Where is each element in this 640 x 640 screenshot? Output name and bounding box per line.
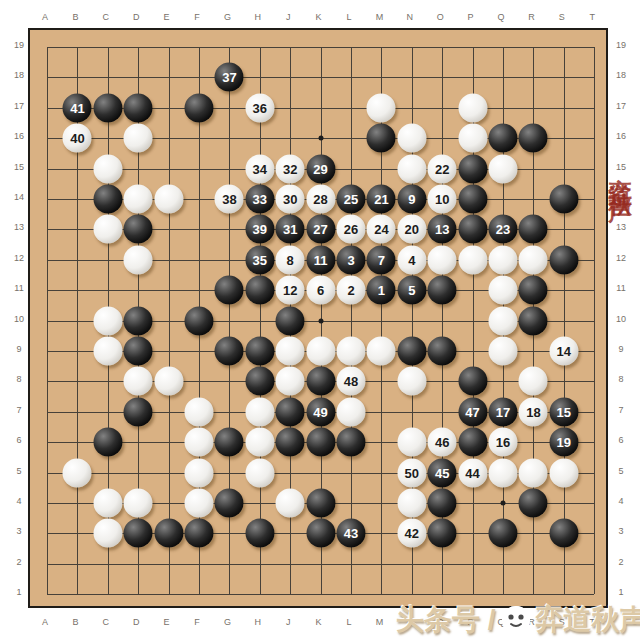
- coordinate-label: R: [528, 12, 535, 22]
- coordinate-label: 2: [618, 557, 623, 567]
- white-stone-Q12: [489, 245, 518, 274]
- black-stone-B17: 41: [63, 93, 92, 122]
- coordinate-label: B: [72, 617, 78, 627]
- coordinate-label: 17: [616, 101, 626, 111]
- white-stone-F4: [185, 489, 214, 518]
- coordinate-label: 19: [14, 40, 24, 50]
- white-stone-C9: [93, 337, 122, 366]
- white-stone-S9: 14: [549, 337, 578, 366]
- move-number: 26: [344, 223, 358, 236]
- coordinate-label: J: [286, 617, 291, 627]
- white-stone-O12: [428, 245, 457, 274]
- black-stone-L3: 43: [337, 519, 366, 548]
- black-stone-D10: [124, 306, 153, 335]
- black-stone-H11: [245, 276, 274, 305]
- watermark-text-right: 弈道秋声: [536, 601, 640, 639]
- white-stone-O6: 46: [428, 428, 457, 457]
- move-number: 21: [374, 193, 388, 206]
- coordinate-label: 3: [16, 526, 21, 536]
- black-stone-O5: 45: [428, 458, 457, 487]
- white-stone-L8: 48: [337, 367, 366, 396]
- black-stone-D17: [124, 93, 153, 122]
- white-stone-Q11: [489, 276, 518, 305]
- move-number: 29: [313, 162, 327, 175]
- black-stone-D9: [124, 337, 153, 366]
- coordinate-label: M: [376, 12, 384, 22]
- coordinate-label: 3: [618, 526, 623, 536]
- toutiao-watermark: 头条号 / 弈道秋声: [396, 600, 640, 640]
- black-stone-S6: 19: [549, 428, 578, 457]
- white-stone-D14: [124, 185, 153, 214]
- black-stone-Q16: [489, 124, 518, 153]
- move-number: 39: [253, 223, 267, 236]
- black-stone-S7: 15: [549, 397, 578, 426]
- black-stone-Q3: [489, 519, 518, 548]
- move-number: 22: [435, 162, 449, 175]
- white-stone-L11: 2: [337, 276, 366, 305]
- move-number: 36: [253, 101, 267, 114]
- black-stone-R11: [519, 276, 548, 305]
- white-stone-K11: 6: [306, 276, 335, 305]
- black-stone-H12: 35: [245, 245, 274, 274]
- white-stone-H7: [245, 397, 274, 426]
- coordinate-label: 14: [14, 192, 24, 202]
- coordinate-label: Q: [497, 12, 504, 22]
- white-stone-J14: 30: [276, 185, 305, 214]
- move-number: 15: [557, 405, 571, 418]
- coordinate-label: D: [133, 617, 140, 627]
- black-stone-K7: 49: [306, 397, 335, 426]
- white-stone-N16: [397, 124, 426, 153]
- grid-line-vertical: [564, 47, 565, 594]
- move-number: 35: [253, 253, 267, 266]
- white-stone-R5: [519, 458, 548, 487]
- grid-line-vertical: [594, 47, 595, 594]
- watermark-text-left: 头条号 /: [396, 601, 496, 639]
- black-stone-P13: [458, 215, 487, 244]
- black-stone-O4: [428, 489, 457, 518]
- black-stone-O9: [428, 337, 457, 366]
- move-number: 20: [405, 223, 419, 236]
- vertical-watermark: 弈道秋声: [604, 158, 636, 186]
- move-number: 2: [347, 284, 354, 297]
- black-stone-K15: 29: [306, 154, 335, 183]
- coordinate-label: F: [194, 12, 200, 22]
- black-stone-D7: [124, 397, 153, 426]
- white-stone-L9: [337, 337, 366, 366]
- black-stone-P15: [458, 154, 487, 183]
- white-stone-H6: [245, 428, 274, 457]
- black-stone-R10: [519, 306, 548, 335]
- coordinate-label: E: [164, 12, 170, 22]
- coordinate-label: P: [468, 12, 474, 22]
- black-stone-N11: 5: [397, 276, 426, 305]
- coordinate-label: 12: [14, 253, 24, 263]
- black-stone-O11: [428, 276, 457, 305]
- move-number: 23: [496, 223, 510, 236]
- black-stone-H14: 33: [245, 185, 274, 214]
- coordinate-label: K: [316, 12, 322, 22]
- black-stone-G18: 37: [215, 63, 244, 92]
- page: 3741364034322922383330282521910393127262…: [0, 0, 640, 640]
- coordinate-label: L: [346, 617, 351, 627]
- go-board: 3741364034322922383330282521910393127262…: [28, 28, 608, 608]
- grid-line-horizontal: [47, 564, 594, 565]
- move-number: 5: [408, 284, 415, 297]
- white-stone-F6: [185, 428, 214, 457]
- black-stone-S12: [549, 245, 578, 274]
- coordinate-label: C: [103, 12, 110, 22]
- black-stone-L6: [337, 428, 366, 457]
- coordinate-label: 8: [618, 374, 623, 384]
- white-stone-J9: [276, 337, 305, 366]
- grid-line-vertical: [351, 47, 352, 594]
- move-number: 46: [435, 436, 449, 449]
- coordinate-label: 13: [14, 222, 24, 232]
- coordinate-label: 2: [16, 557, 21, 567]
- white-stone-Q15: [489, 154, 518, 183]
- move-number: 38: [222, 193, 236, 206]
- move-number: 32: [283, 162, 297, 175]
- move-number: 33: [253, 193, 267, 206]
- watermark-logo-icon: [501, 605, 531, 635]
- black-stone-H3: [245, 519, 274, 548]
- move-number: 50: [405, 466, 419, 479]
- white-stone-B5: [63, 458, 92, 487]
- coordinate-label: 5: [618, 466, 623, 476]
- coordinate-label: E: [164, 617, 170, 627]
- coordinate-label: 16: [616, 131, 626, 141]
- coordinate-label: G: [224, 12, 231, 22]
- white-stone-D4: [124, 489, 153, 518]
- white-stone-L13: 26: [337, 215, 366, 244]
- move-number: 6: [317, 284, 324, 297]
- white-stone-N3: 42: [397, 519, 426, 548]
- black-stone-L14: 25: [337, 185, 366, 214]
- white-stone-R12: [519, 245, 548, 274]
- coordinate-label: 4: [16, 496, 21, 506]
- move-number: 47: [465, 405, 479, 418]
- black-stone-C6: [93, 428, 122, 457]
- coordinate-label: 8: [16, 374, 21, 384]
- black-stone-M16: [367, 124, 396, 153]
- coordinate-label: 1: [618, 587, 623, 597]
- black-stone-M11: 1: [367, 276, 396, 305]
- move-number: 12: [283, 284, 297, 297]
- black-stone-J10: [276, 306, 305, 335]
- white-stone-N6: [397, 428, 426, 457]
- move-number: 10: [435, 193, 449, 206]
- move-number: 7: [378, 253, 385, 266]
- white-stone-E8: [154, 367, 183, 396]
- black-stone-K12: 11: [306, 245, 335, 274]
- white-stone-S5: [549, 458, 578, 487]
- white-stone-K14: 28: [306, 185, 335, 214]
- white-stone-O15: 22: [428, 154, 457, 183]
- white-stone-E14: [154, 185, 183, 214]
- white-stone-K9: [306, 337, 335, 366]
- white-stone-M17: [367, 93, 396, 122]
- move-number: 24: [374, 223, 388, 236]
- coordinate-label: C: [103, 617, 110, 627]
- black-stone-K8: [306, 367, 335, 396]
- move-number: 18: [526, 405, 540, 418]
- black-stone-K13: 27: [306, 215, 335, 244]
- coordinate-label: H: [255, 617, 262, 627]
- coordinate-label: 16: [14, 131, 24, 141]
- move-number: 4: [408, 253, 415, 266]
- move-number: 41: [70, 101, 84, 114]
- coordinate-label: T: [589, 12, 595, 22]
- black-stone-J7: [276, 397, 305, 426]
- white-stone-Q9: [489, 337, 518, 366]
- move-number: 48: [344, 375, 358, 388]
- white-stone-H17: 36: [245, 93, 274, 122]
- white-stone-C3: [93, 519, 122, 548]
- black-stone-H13: 39: [245, 215, 274, 244]
- move-number: 14: [557, 345, 571, 358]
- black-stone-F17: [185, 93, 214, 122]
- move-number: 44: [465, 466, 479, 479]
- move-number: 1: [378, 284, 385, 297]
- white-stone-D16: [124, 124, 153, 153]
- move-number: 25: [344, 193, 358, 206]
- white-stone-D12: [124, 245, 153, 274]
- coordinate-label: J: [286, 12, 291, 22]
- black-stone-Q13: 23: [489, 215, 518, 244]
- move-number: 37: [222, 71, 236, 84]
- white-stone-P17: [458, 93, 487, 122]
- coordinate-label: 9: [16, 344, 21, 354]
- white-stone-B16: 40: [63, 124, 92, 153]
- white-stone-F5: [185, 458, 214, 487]
- move-number: 19: [557, 436, 571, 449]
- white-stone-R8: [519, 367, 548, 396]
- black-stone-H9: [245, 337, 274, 366]
- coordinate-label: L: [346, 12, 351, 22]
- white-stone-Q6: 16: [489, 428, 518, 457]
- coordinate-label: N: [407, 12, 414, 22]
- move-number: 43: [344, 527, 358, 540]
- white-stone-D8: [124, 367, 153, 396]
- black-stone-S3: [549, 519, 578, 548]
- coordinate-label: 18: [14, 70, 24, 80]
- coordinate-label: D: [133, 12, 140, 22]
- white-stone-J8: [276, 367, 305, 396]
- coordinate-label: F: [194, 617, 200, 627]
- coordinate-label: 12: [616, 253, 626, 263]
- white-stone-J11: 12: [276, 276, 305, 305]
- black-stone-S14: [549, 185, 578, 214]
- black-stone-N9: [397, 337, 426, 366]
- coordinate-label: A: [42, 617, 48, 627]
- coordinate-label: 1: [16, 587, 21, 597]
- black-stone-P14: [458, 185, 487, 214]
- white-stone-H5: [245, 458, 274, 487]
- black-stone-G9: [215, 337, 244, 366]
- star-point: [501, 501, 506, 506]
- white-stone-C10: [93, 306, 122, 335]
- white-stone-P12: [458, 245, 487, 274]
- white-stone-M9: [367, 337, 396, 366]
- coordinate-label: 14: [616, 192, 626, 202]
- black-stone-L12: 3: [337, 245, 366, 274]
- white-stone-R7: 18: [519, 397, 548, 426]
- move-number: 31: [283, 223, 297, 236]
- star-point: [318, 318, 323, 323]
- move-number: 42: [405, 527, 419, 540]
- white-stone-N12: 4: [397, 245, 426, 274]
- white-stone-H15: 34: [245, 154, 274, 183]
- white-stone-F7: [185, 397, 214, 426]
- white-stone-N8: [397, 367, 426, 396]
- white-stone-N15: [397, 154, 426, 183]
- coordinate-label: S: [559, 12, 565, 22]
- coordinate-label: A: [42, 12, 48, 22]
- move-number: 3: [347, 253, 354, 266]
- white-stone-C15: [93, 154, 122, 183]
- move-number: 28: [313, 193, 327, 206]
- black-stone-K4: [306, 489, 335, 518]
- black-stone-G6: [215, 428, 244, 457]
- black-stone-C17: [93, 93, 122, 122]
- coordinate-label: 17: [14, 101, 24, 111]
- coordinate-label: G: [224, 617, 231, 627]
- white-stone-N4: [397, 489, 426, 518]
- white-stone-P16: [458, 124, 487, 153]
- coordinate-label: 4: [618, 496, 623, 506]
- move-number: 17: [496, 405, 510, 418]
- coordinate-label: 11: [14, 283, 23, 293]
- white-stone-G14: 38: [215, 185, 244, 214]
- black-stone-G4: [215, 489, 244, 518]
- move-number: 11: [314, 253, 328, 266]
- white-stone-J4: [276, 489, 305, 518]
- black-stone-O13: 13: [428, 215, 457, 244]
- move-number: 13: [435, 223, 449, 236]
- black-stone-D3: [124, 519, 153, 548]
- black-stone-R16: [519, 124, 548, 153]
- coordinate-label: 11: [616, 283, 625, 293]
- black-stone-P7: 47: [458, 397, 487, 426]
- coordinate-label: 7: [618, 405, 623, 415]
- white-stone-N5: 50: [397, 458, 426, 487]
- coordinate-label: O: [437, 12, 444, 22]
- black-stone-Q7: 17: [489, 397, 518, 426]
- black-stone-F10: [185, 306, 214, 335]
- white-stone-C4: [93, 489, 122, 518]
- black-stone-R13: [519, 215, 548, 244]
- coordinate-label: 10: [14, 314, 24, 324]
- white-stone-C13: [93, 215, 122, 244]
- move-number: 16: [496, 436, 510, 449]
- white-stone-M13: 24: [367, 215, 396, 244]
- coordinate-label: 18: [616, 70, 626, 80]
- white-stone-N13: 20: [397, 215, 426, 244]
- white-stone-Q5: [489, 458, 518, 487]
- white-stone-Q10: [489, 306, 518, 335]
- black-stone-F3: [185, 519, 214, 548]
- coordinate-label: 10: [616, 314, 626, 324]
- move-number: 40: [70, 132, 84, 145]
- coordinate-label: 19: [616, 40, 626, 50]
- coordinate-label: 6: [618, 435, 623, 445]
- move-number: 27: [313, 223, 327, 236]
- move-number: 49: [313, 405, 327, 418]
- coordinate-label: 13: [616, 222, 626, 232]
- move-number: 45: [435, 466, 449, 479]
- white-stone-P5: 44: [458, 458, 487, 487]
- grid-line-horizontal: [47, 594, 594, 595]
- move-number: 34: [253, 162, 267, 175]
- black-stone-E3: [154, 519, 183, 548]
- coordinate-label: 15: [14, 162, 24, 172]
- black-stone-H8: [245, 367, 274, 396]
- move-number: 30: [283, 193, 297, 206]
- move-number: 9: [408, 193, 415, 206]
- coordinate-label: K: [316, 617, 322, 627]
- white-stone-L7: [337, 397, 366, 426]
- black-stone-G11: [215, 276, 244, 305]
- black-stone-M12: 7: [367, 245, 396, 274]
- coordinate-label: 7: [16, 405, 21, 415]
- coordinate-label: 9: [618, 344, 623, 354]
- coordinate-label: M: [376, 617, 384, 627]
- black-stone-K3: [306, 519, 335, 548]
- black-stone-O3: [428, 519, 457, 548]
- black-stone-N14: 9: [397, 185, 426, 214]
- black-stone-P6: [458, 428, 487, 457]
- star-point: [318, 136, 323, 141]
- white-stone-J12: 8: [276, 245, 305, 274]
- white-stone-O14: 10: [428, 185, 457, 214]
- black-stone-D13: [124, 215, 153, 244]
- black-stone-P8: [458, 367, 487, 396]
- black-stone-M14: 21: [367, 185, 396, 214]
- coordinate-label: 6: [16, 435, 21, 445]
- black-stone-J6: [276, 428, 305, 457]
- move-number: 8: [287, 253, 294, 266]
- coordinate-label: H: [255, 12, 262, 22]
- coordinate-label: 5: [16, 466, 21, 476]
- black-stone-J13: 31: [276, 215, 305, 244]
- black-stone-K6: [306, 428, 335, 457]
- coordinate-label: B: [72, 12, 78, 22]
- white-stone-J15: 32: [276, 154, 305, 183]
- black-stone-R4: [519, 489, 548, 518]
- black-stone-C14: [93, 185, 122, 214]
